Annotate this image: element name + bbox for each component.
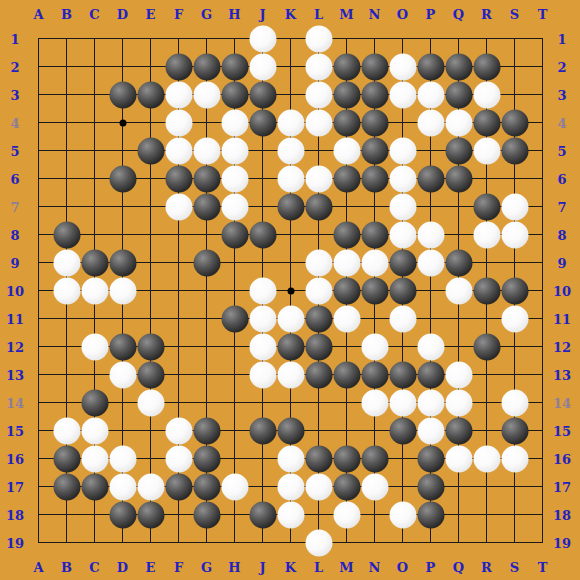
row-label-right-2: 2: [557, 60, 566, 73]
black-stone-J4: [249, 109, 276, 136]
black-stone-N2: [361, 53, 388, 80]
black-stone-J18: [249, 501, 276, 528]
black-stone-R7: [473, 193, 500, 220]
column-label-bottom-B: B: [61, 561, 72, 574]
black-stone-E13: [137, 361, 164, 388]
black-stone-B8: [53, 221, 80, 248]
column-label-top-P: P: [426, 8, 436, 21]
black-stone-S5: [501, 137, 528, 164]
column-label-top-B: B: [61, 8, 72, 21]
black-stone-N16: [361, 445, 388, 472]
white-stone-M9: [333, 249, 360, 276]
black-stone-M10: [333, 277, 360, 304]
row-label-left-6: 6: [10, 172, 19, 185]
white-stone-O14: [389, 389, 416, 416]
white-stone-L9: [305, 249, 332, 276]
black-stone-M8: [333, 221, 360, 248]
black-stone-B17: [53, 473, 80, 500]
row-label-right-15: 15: [553, 424, 571, 437]
white-stone-O8: [389, 221, 416, 248]
column-label-top-J: J: [259, 8, 265, 21]
black-stone-P6: [417, 165, 444, 192]
white-stone-F7: [165, 193, 192, 220]
black-stone-J15: [249, 417, 276, 444]
row-label-right-13: 13: [553, 368, 571, 381]
white-stone-D16: [109, 445, 136, 472]
black-stone-F2: [165, 53, 192, 80]
column-label-top-O: O: [397, 8, 408, 21]
black-stone-R4: [473, 109, 500, 136]
white-stone-G5: [193, 137, 220, 164]
black-stone-D6: [109, 165, 136, 192]
white-stone-H5: [221, 137, 248, 164]
white-stone-Q16: [445, 445, 472, 472]
white-stone-S14: [501, 389, 528, 416]
black-stone-E3: [137, 81, 164, 108]
black-stone-N4: [361, 109, 388, 136]
white-stone-N12: [361, 333, 388, 360]
grid-line-horizontal: [38, 542, 543, 543]
column-label-top-Q: Q: [453, 8, 464, 21]
black-stone-Q2: [445, 53, 472, 80]
black-stone-F6: [165, 165, 192, 192]
column-label-top-E: E: [146, 8, 156, 21]
white-stone-K4: [277, 109, 304, 136]
row-label-right-4: 4: [557, 116, 566, 129]
black-stone-M16: [333, 445, 360, 472]
white-stone-K18: [277, 501, 304, 528]
white-stone-N17: [361, 473, 388, 500]
black-stone-L16: [305, 445, 332, 472]
black-stone-L12: [305, 333, 332, 360]
white-stone-L19: [305, 529, 332, 556]
white-stone-L10: [305, 277, 332, 304]
white-stone-K5: [277, 137, 304, 164]
white-stone-H7: [221, 193, 248, 220]
column-label-bottom-P: P: [426, 561, 436, 574]
column-label-bottom-C: C: [89, 561, 99, 574]
row-label-left-12: 12: [6, 340, 24, 353]
column-label-top-F: F: [174, 8, 183, 21]
white-stone-J1: [249, 25, 276, 52]
white-stone-O6: [389, 165, 416, 192]
row-label-left-1: 1: [10, 32, 19, 45]
white-stone-H6: [221, 165, 248, 192]
white-stone-P9: [417, 249, 444, 276]
row-label-right-12: 12: [553, 340, 571, 353]
white-stone-K16: [277, 445, 304, 472]
column-label-top-C: C: [89, 8, 99, 21]
white-stone-R3: [473, 81, 500, 108]
black-stone-O9: [389, 249, 416, 276]
white-stone-D13: [109, 361, 136, 388]
white-stone-F5: [165, 137, 192, 164]
white-stone-M11: [333, 305, 360, 332]
black-stone-M13: [333, 361, 360, 388]
white-stone-R16: [473, 445, 500, 472]
black-stone-P18: [417, 501, 444, 528]
black-stone-N8: [361, 221, 388, 248]
black-stone-H3: [221, 81, 248, 108]
white-stone-H17: [221, 473, 248, 500]
white-stone-K6: [277, 165, 304, 192]
black-stone-M17: [333, 473, 360, 500]
star-point: [119, 119, 126, 126]
black-stone-D12: [109, 333, 136, 360]
column-label-top-D: D: [117, 8, 128, 21]
white-stone-L2: [305, 53, 332, 80]
row-label-left-11: 11: [6, 312, 24, 325]
row-label-right-11: 11: [553, 312, 571, 325]
row-label-left-4: 4: [10, 116, 19, 129]
white-stone-E14: [137, 389, 164, 416]
row-label-right-6: 6: [557, 172, 566, 185]
column-label-bottom-R: R: [481, 561, 492, 574]
black-stone-D9: [109, 249, 136, 276]
column-label-bottom-G: G: [201, 561, 212, 574]
white-stone-B15: [53, 417, 80, 444]
row-label-left-7: 7: [10, 200, 19, 213]
black-stone-Q5: [445, 137, 472, 164]
black-stone-H2: [221, 53, 248, 80]
column-label-top-S: S: [510, 8, 519, 21]
row-label-right-14: 14: [553, 396, 571, 409]
white-stone-Q14: [445, 389, 472, 416]
white-stone-P8: [417, 221, 444, 248]
black-stone-K7: [277, 193, 304, 220]
black-stone-D18: [109, 501, 136, 528]
black-stone-G18: [193, 501, 220, 528]
row-label-left-9: 9: [10, 256, 19, 269]
white-stone-P15: [417, 417, 444, 444]
white-stone-C15: [81, 417, 108, 444]
black-stone-G2: [193, 53, 220, 80]
black-stone-G6: [193, 165, 220, 192]
column-label-bottom-A: A: [33, 561, 43, 574]
white-stone-J12: [249, 333, 276, 360]
black-stone-E5: [137, 137, 164, 164]
column-label-bottom-K: K: [285, 561, 296, 574]
black-stone-G9: [193, 249, 220, 276]
black-stone-P13: [417, 361, 444, 388]
black-stone-Q6: [445, 165, 472, 192]
row-label-right-1: 1: [557, 32, 566, 45]
row-label-right-8: 8: [557, 228, 566, 241]
column-label-bottom-H: H: [228, 561, 240, 574]
row-label-left-3: 3: [10, 88, 19, 101]
column-label-bottom-T: T: [538, 561, 548, 574]
black-stone-B16: [53, 445, 80, 472]
row-label-left-5: 5: [10, 144, 19, 157]
white-stone-Q4: [445, 109, 472, 136]
black-stone-G7: [193, 193, 220, 220]
column-label-bottom-Q: Q: [453, 561, 464, 574]
black-stone-Q9: [445, 249, 472, 276]
white-stone-M5: [333, 137, 360, 164]
white-stone-M18: [333, 501, 360, 528]
black-stone-M2: [333, 53, 360, 80]
white-stone-D17: [109, 473, 136, 500]
black-stone-N3: [361, 81, 388, 108]
black-stone-P2: [417, 53, 444, 80]
column-label-bottom-S: S: [510, 561, 519, 574]
row-label-right-17: 17: [553, 480, 571, 493]
white-stone-N14: [361, 389, 388, 416]
black-stone-J8: [249, 221, 276, 248]
row-label-left-13: 13: [6, 368, 24, 381]
grid-line-vertical: [542, 38, 543, 543]
row-label-left-10: 10: [6, 284, 24, 297]
white-stone-R5: [473, 137, 500, 164]
white-stone-O2: [389, 53, 416, 80]
go-board[interactable]: AABBCCDDEEFFGGHHJJKKLLMMNNOOPPQQRRSSTT11…: [0, 0, 580, 580]
white-stone-L1: [305, 25, 332, 52]
black-stone-C9: [81, 249, 108, 276]
white-stone-Q10: [445, 277, 472, 304]
row-label-left-2: 2: [10, 60, 19, 73]
white-stone-K11: [277, 305, 304, 332]
white-stone-L3: [305, 81, 332, 108]
white-stone-S16: [501, 445, 528, 472]
black-stone-O15: [389, 417, 416, 444]
row-label-left-18: 18: [6, 508, 24, 521]
white-stone-K13: [277, 361, 304, 388]
column-label-top-N: N: [369, 8, 381, 21]
white-stone-F3: [165, 81, 192, 108]
white-stone-N9: [361, 249, 388, 276]
white-stone-L6: [305, 165, 332, 192]
black-stone-S10: [501, 277, 528, 304]
white-stone-S7: [501, 193, 528, 220]
white-stone-R8: [473, 221, 500, 248]
black-stone-K15: [277, 417, 304, 444]
column-label-top-T: T: [538, 8, 548, 21]
black-stone-D3: [109, 81, 136, 108]
row-label-left-16: 16: [6, 452, 24, 465]
black-stone-L11: [305, 305, 332, 332]
column-label-top-L: L: [314, 8, 323, 21]
black-stone-O10: [389, 277, 416, 304]
row-label-left-19: 19: [6, 536, 24, 549]
row-label-left-8: 8: [10, 228, 19, 241]
black-stone-S4: [501, 109, 528, 136]
black-stone-C17: [81, 473, 108, 500]
white-stone-O7: [389, 193, 416, 220]
white-stone-O18: [389, 501, 416, 528]
black-stone-E12: [137, 333, 164, 360]
white-stone-P12: [417, 333, 444, 360]
black-stone-R12: [473, 333, 500, 360]
black-stone-N10: [361, 277, 388, 304]
black-stone-N5: [361, 137, 388, 164]
white-stone-E17: [137, 473, 164, 500]
white-stone-K17: [277, 473, 304, 500]
white-stone-C12: [81, 333, 108, 360]
column-label-top-R: R: [481, 8, 492, 21]
white-stone-P14: [417, 389, 444, 416]
row-label-left-14: 14: [6, 396, 24, 409]
row-label-right-5: 5: [557, 144, 566, 157]
column-label-top-A: A: [33, 8, 43, 21]
column-label-bottom-L: L: [314, 561, 323, 574]
black-stone-M6: [333, 165, 360, 192]
white-stone-B9: [53, 249, 80, 276]
white-stone-L17: [305, 473, 332, 500]
black-stone-Q3: [445, 81, 472, 108]
white-stone-P4: [417, 109, 444, 136]
star-point: [287, 287, 294, 294]
black-stone-S15: [501, 417, 528, 444]
white-stone-J2: [249, 53, 276, 80]
black-stone-L7: [305, 193, 332, 220]
row-label-right-19: 19: [553, 536, 571, 549]
white-stone-S8: [501, 221, 528, 248]
black-stone-J3: [249, 81, 276, 108]
black-stone-O13: [389, 361, 416, 388]
white-stone-Q13: [445, 361, 472, 388]
white-stone-B10: [53, 277, 80, 304]
black-stone-P16: [417, 445, 444, 472]
column-label-top-K: K: [285, 8, 296, 21]
column-label-bottom-N: N: [369, 561, 381, 574]
black-stone-M4: [333, 109, 360, 136]
white-stone-C10: [81, 277, 108, 304]
black-stone-L13: [305, 361, 332, 388]
white-stone-J10: [249, 277, 276, 304]
row-label-right-9: 9: [557, 256, 566, 269]
row-label-right-18: 18: [553, 508, 571, 521]
column-label-bottom-O: O: [397, 561, 408, 574]
white-stone-P3: [417, 81, 444, 108]
column-label-bottom-E: E: [146, 561, 156, 574]
column-label-bottom-F: F: [174, 561, 183, 574]
white-stone-F4: [165, 109, 192, 136]
black-stone-M3: [333, 81, 360, 108]
white-stone-J13: [249, 361, 276, 388]
white-stone-O5: [389, 137, 416, 164]
black-stone-E18: [137, 501, 164, 528]
column-label-top-M: M: [339, 8, 353, 21]
row-label-right-3: 3: [557, 88, 566, 101]
black-stone-G17: [193, 473, 220, 500]
black-stone-H11: [221, 305, 248, 332]
black-stone-K12: [277, 333, 304, 360]
black-stone-N13: [361, 361, 388, 388]
row-label-right-10: 10: [553, 284, 571, 297]
black-stone-P17: [417, 473, 444, 500]
white-stone-O3: [389, 81, 416, 108]
black-stone-C14: [81, 389, 108, 416]
row-label-left-15: 15: [6, 424, 24, 437]
white-stone-H4: [221, 109, 248, 136]
white-stone-L4: [305, 109, 332, 136]
white-stone-F16: [165, 445, 192, 472]
black-stone-G15: [193, 417, 220, 444]
column-label-top-H: H: [228, 8, 240, 21]
row-label-left-17: 17: [6, 480, 24, 493]
white-stone-O11: [389, 305, 416, 332]
column-label-bottom-M: M: [339, 561, 353, 574]
black-stone-R2: [473, 53, 500, 80]
column-label-bottom-D: D: [117, 561, 128, 574]
black-stone-H8: [221, 221, 248, 248]
white-stone-J11: [249, 305, 276, 332]
black-stone-F17: [165, 473, 192, 500]
row-label-right-16: 16: [553, 452, 571, 465]
white-stone-D10: [109, 277, 136, 304]
black-stone-N6: [361, 165, 388, 192]
black-stone-Q15: [445, 417, 472, 444]
white-stone-G3: [193, 81, 220, 108]
column-label-top-G: G: [201, 8, 212, 21]
white-stone-S11: [501, 305, 528, 332]
black-stone-G16: [193, 445, 220, 472]
column-label-bottom-J: J: [259, 561, 265, 574]
row-label-right-7: 7: [557, 200, 566, 213]
white-stone-C16: [81, 445, 108, 472]
black-stone-R10: [473, 277, 500, 304]
white-stone-F15: [165, 417, 192, 444]
